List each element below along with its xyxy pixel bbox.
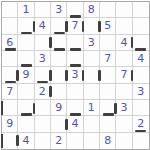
cell-r3-c2[interactable] — [18, 35, 34, 51]
cell-r2-c3[interactable]: 4 — [35, 18, 51, 34]
cell-r8-c3[interactable] — [35, 116, 51, 132]
cell-r5-c7[interactable] — [100, 67, 116, 83]
puzzle-grid: 138475634374937723913942428 — [2, 2, 149, 149]
puzzle-board: 138475634374937723913942428 — [1, 1, 150, 150]
adjacency-bar-v-r7-c7 — [114, 103, 117, 114]
adjacency-bar-v-r5-c6 — [98, 70, 101, 81]
cell-r9-c5[interactable] — [67, 133, 83, 149]
cell-r4-c6[interactable] — [84, 51, 100, 67]
cell-r7-c4[interactable]: 9 — [51, 100, 67, 116]
adjacency-bar-v-r5-c3 — [49, 70, 52, 81]
cell-r7-c8[interactable]: 3 — [116, 100, 132, 116]
adjacency-bar-v-r2-c4 — [65, 21, 68, 32]
cell-r4-c7[interactable]: 7 — [100, 51, 116, 67]
cell-r5-c9[interactable] — [133, 67, 149, 83]
cell-r4-c1[interactable] — [2, 51, 18, 67]
adjacency-bar-h-r2-c2 — [21, 32, 32, 35]
cell-r9-c7[interactable]: 8 — [100, 133, 116, 149]
cell-r9-c2[interactable]: 4 — [18, 133, 34, 149]
cell-r8-c1[interactable]: 9 — [2, 116, 18, 132]
adjacency-bar-v-r6-c3 — [49, 86, 52, 97]
adjacency-bar-h-r5-c3 — [37, 81, 48, 84]
adjacency-bar-h-r3-c9 — [135, 48, 146, 51]
adjacency-bar-v-r7-c2 — [33, 103, 36, 114]
adjacency-bar-h-r4-c5 — [70, 64, 81, 67]
cell-r4-c3[interactable]: 3 — [35, 51, 51, 67]
cell-r1-c6[interactable]: 8 — [84, 2, 100, 18]
left-edge-mark-r9 — [1, 134, 3, 148]
cell-r6-c6[interactable] — [84, 84, 100, 100]
adjacency-bar-v-r8-c4 — [65, 119, 68, 130]
adjacency-bar-h-r7-c7 — [103, 113, 114, 116]
adjacency-bar-h-r1-c5 — [70, 15, 81, 18]
adjacency-bar-v-r3-c8 — [131, 37, 134, 48]
cell-r6-c1[interactable]: 7 — [2, 84, 18, 100]
cell-r8-c8[interactable] — [116, 116, 132, 132]
adjacency-bar-v-r5-c5 — [82, 70, 85, 81]
cell-r8-c6[interactable] — [84, 116, 100, 132]
cell-r4-c9[interactable]: 4 — [133, 51, 149, 67]
cell-r2-c8[interactable] — [116, 18, 132, 34]
cell-r1-c3[interactable] — [35, 2, 51, 18]
cell-r4-c4[interactable] — [51, 51, 67, 67]
cell-r7-c9[interactable] — [133, 100, 149, 116]
adjacency-bar-h-r3-c5 — [70, 48, 81, 51]
adjacency-bar-v-r3-c3 — [49, 37, 52, 48]
adjacency-bar-h-r7-c2 — [21, 113, 32, 116]
cell-r8-c2[interactable] — [18, 116, 34, 132]
cell-r2-c7[interactable]: 5 — [100, 18, 116, 34]
adjacency-bar-h-r4-c2 — [21, 64, 32, 67]
cell-r6-c9[interactable]: 3 — [133, 84, 149, 100]
left-edge-mark-r7 — [1, 101, 3, 115]
cell-r8-c7[interactable] — [100, 116, 116, 132]
cell-r3-c6[interactable]: 3 — [84, 35, 100, 51]
cell-r6-c4[interactable] — [51, 84, 67, 100]
cell-r1-c8[interactable] — [116, 2, 132, 18]
cell-r2-c1[interactable] — [2, 18, 18, 34]
cell-r9-c9[interactable] — [133, 133, 149, 149]
cell-r1-c4[interactable]: 3 — [51, 2, 67, 18]
cell-r6-c2[interactable] — [18, 84, 34, 100]
cell-r6-c5[interactable] — [67, 84, 83, 100]
adjacency-bar-v-r5-c8 — [131, 70, 134, 81]
adjacency-bar-h-r3-c4 — [54, 48, 65, 51]
cell-r9-c4[interactable]: 2 — [51, 133, 67, 149]
adjacency-bar-v-r9-c1 — [16, 135, 19, 146]
cell-r7-c3[interactable] — [35, 100, 51, 116]
cell-r4-c8[interactable] — [116, 51, 132, 67]
adjacency-bar-v-r2-c5 — [82, 21, 85, 32]
cell-r7-c1[interactable] — [2, 100, 18, 116]
cell-r6-c7[interactable] — [100, 84, 116, 100]
adjacency-bar-h-r8-c9 — [135, 130, 146, 133]
cell-r6-c8[interactable] — [116, 84, 132, 100]
cell-r7-c6[interactable]: 1 — [84, 100, 100, 116]
adjacency-bar-v-r5-c1 — [16, 70, 19, 81]
adjacency-bar-v-r2-c2 — [33, 21, 36, 32]
cell-r2-c9[interactable] — [133, 18, 149, 34]
adjacency-bar-h-r5-c1 — [5, 81, 16, 84]
adjacency-bar-v-r2-c6 — [98, 21, 101, 32]
cell-r5-c2[interactable]: 9 — [18, 67, 34, 83]
cell-r3-c7[interactable] — [100, 35, 116, 51]
cell-r8-c5[interactable]: 4 — [67, 116, 83, 132]
cell-r9-c8[interactable] — [116, 133, 132, 149]
cell-r1-c9[interactable] — [133, 2, 149, 18]
adjacency-bar-v-r5-c4 — [65, 70, 68, 81]
cell-r1-c2[interactable]: 1 — [18, 2, 34, 18]
cell-r1-c7[interactable] — [100, 2, 116, 18]
adjacency-bar-h-r7-c5 — [70, 113, 81, 116]
cell-r1-c1[interactable] — [2, 2, 18, 18]
adjacency-bar-h-r3-c1 — [5, 48, 16, 51]
cell-r9-c6[interactable] — [84, 133, 100, 149]
adjacency-bar-h-r2-c4 — [54, 32, 65, 35]
cell-r9-c3[interactable] — [35, 133, 51, 149]
